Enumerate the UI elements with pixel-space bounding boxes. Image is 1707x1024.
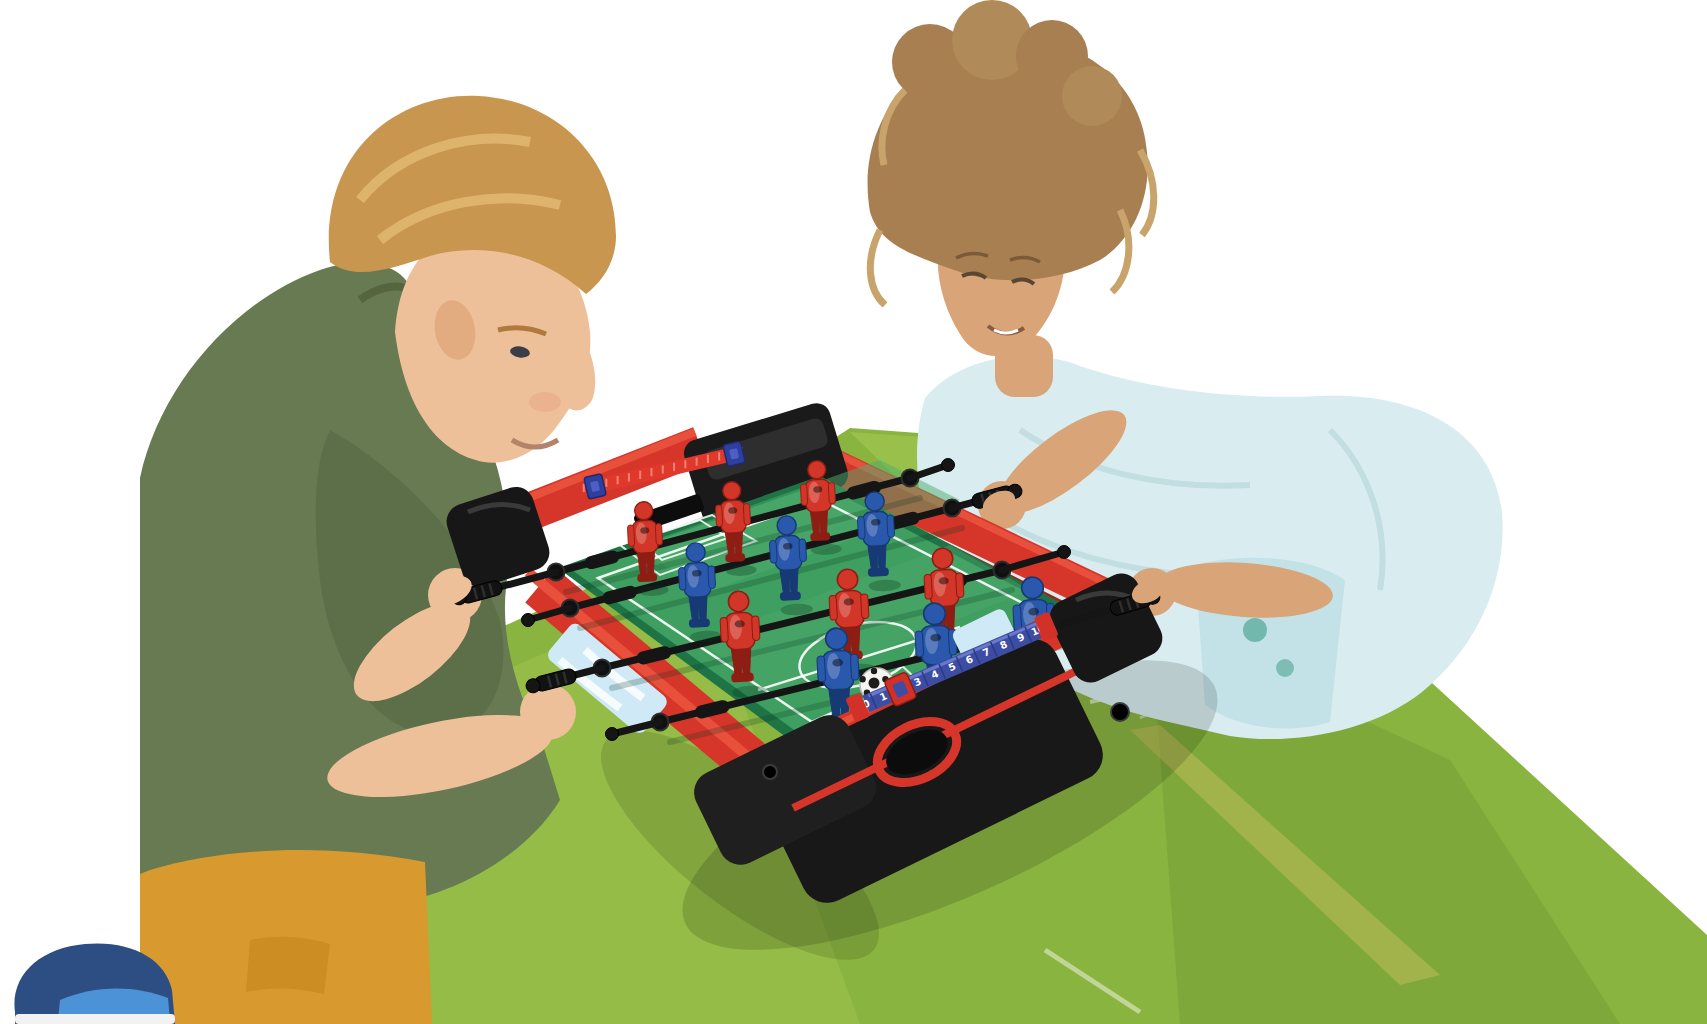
boy-shoe-sole bbox=[15, 1014, 175, 1024]
player-foot-base bbox=[689, 618, 710, 628]
player-arm-right bbox=[887, 515, 895, 538]
boy-pants-pocket bbox=[246, 937, 330, 994]
near-box-screw-2 bbox=[763, 765, 777, 779]
rod-1-red-defense-spacer-0 bbox=[591, 557, 612, 563]
rod-1-red-defense-end-cap bbox=[942, 459, 955, 472]
girl-hair-bun-4 bbox=[1062, 66, 1122, 126]
player-head bbox=[728, 591, 749, 612]
player-arm-left bbox=[627, 525, 634, 547]
player-foot-base bbox=[868, 567, 889, 577]
player-arm-left bbox=[915, 631, 924, 657]
player-arm-left bbox=[800, 484, 807, 506]
scene: Two children playing a red mini tabletop… bbox=[0, 0, 1707, 1024]
rod-3-red-attack-end-cap bbox=[1058, 546, 1071, 559]
player-head bbox=[825, 628, 848, 651]
player-arm-right bbox=[828, 482, 835, 504]
girl-shorts-print bbox=[1243, 618, 1267, 642]
player-arm-right bbox=[799, 539, 807, 562]
player-arm-left bbox=[1013, 605, 1022, 631]
player-head bbox=[865, 491, 885, 511]
rod-4-blue-defense-spacer-0 bbox=[702, 707, 723, 712]
girl-shorts-print-2 bbox=[1276, 659, 1294, 677]
player-arm-left bbox=[829, 595, 837, 620]
player-arm-left bbox=[857, 516, 865, 539]
rod-2-blue-attack-spacer-0 bbox=[609, 592, 630, 598]
player-foot-base bbox=[810, 532, 830, 541]
near-box-screw bbox=[1111, 703, 1129, 721]
player-arm-right bbox=[861, 594, 869, 619]
player-arm-right bbox=[752, 616, 760, 641]
ball-pentagon-0 bbox=[871, 668, 877, 674]
rod-2-blue-attack-end-cap bbox=[522, 614, 535, 627]
player-head bbox=[837, 569, 858, 590]
ball-pentagon-centre bbox=[869, 678, 880, 689]
ball-pentagon-4 bbox=[859, 676, 865, 682]
player-head bbox=[686, 542, 706, 562]
player-head bbox=[777, 515, 797, 535]
rod-3-red-attack-spacer-0 bbox=[643, 653, 664, 658]
player-foot-base bbox=[780, 591, 801, 601]
player-arm-left bbox=[924, 574, 932, 599]
boy-cheek bbox=[529, 392, 561, 412]
player-arm-right bbox=[743, 503, 750, 525]
player-foot-base bbox=[731, 672, 754, 682]
player-arm-right bbox=[956, 573, 964, 598]
player-arm-right bbox=[850, 654, 859, 680]
far-rail-blue-slider-1[interactable] bbox=[723, 441, 746, 467]
rod-4-blue-defense-end-cap bbox=[606, 728, 619, 741]
player-head bbox=[722, 481, 741, 500]
player-head bbox=[634, 501, 653, 520]
player-arm-right bbox=[655, 523, 662, 545]
player-head bbox=[932, 548, 953, 569]
player-arm-left bbox=[715, 505, 722, 527]
player-head bbox=[923, 603, 946, 626]
rod-2-blue-attack-spacer-1 bbox=[892, 518, 913, 524]
player-foot-base bbox=[725, 553, 745, 562]
foosball-scene: Two children playing a red mini tabletop… bbox=[0, 0, 1707, 1024]
player-arm-left bbox=[720, 617, 728, 642]
player-foot-base bbox=[637, 573, 657, 582]
player-arm-left bbox=[769, 540, 777, 563]
player-head bbox=[1021, 577, 1044, 600]
player-arm-right bbox=[708, 566, 716, 589]
player-head bbox=[807, 460, 826, 479]
player-arm-left bbox=[817, 656, 826, 682]
far-rail-blue-slider-0[interactable] bbox=[584, 474, 607, 500]
player-arm-left bbox=[678, 567, 686, 590]
